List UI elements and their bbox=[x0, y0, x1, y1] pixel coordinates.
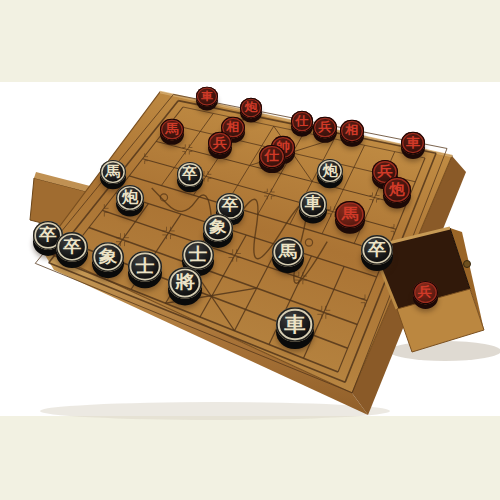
piece-black-chariot[interactable]: 車 bbox=[299, 191, 328, 218]
piece-character: 卒 bbox=[368, 241, 386, 258]
piece-red-chariot[interactable]: 車 bbox=[196, 87, 217, 107]
piece-black-cannon[interactable]: 炮 bbox=[317, 159, 343, 183]
piece-black-horse[interactable]: 馬 bbox=[272, 237, 304, 267]
piece-red-horse[interactable]: 馬 bbox=[160, 119, 183, 141]
piece-red-horse[interactable]: 馬 bbox=[335, 201, 364, 228]
piece-black-soldier[interactable]: 卒 bbox=[177, 162, 204, 187]
piece-red-cannon[interactable]: 炮 bbox=[240, 98, 262, 118]
piece-character: 車 bbox=[284, 315, 305, 335]
piece-character: 馬 bbox=[165, 123, 178, 136]
piece-character: 仕 bbox=[265, 150, 280, 164]
piece-character: 兵 bbox=[377, 165, 392, 179]
piece-character: 卒 bbox=[63, 238, 81, 255]
piece-character: 象 bbox=[209, 220, 226, 236]
piece-character: 兵 bbox=[213, 136, 227, 149]
piece-character: 馬 bbox=[279, 243, 297, 260]
piece-black-advisor[interactable]: 士 bbox=[182, 240, 214, 270]
piece-character: 士 bbox=[135, 258, 154, 276]
piece-character: 士 bbox=[189, 246, 208, 263]
piece-black-chariot[interactable]: 車 bbox=[276, 308, 313, 342]
piece-character: 象 bbox=[99, 248, 118, 265]
piece-black-general[interactable]: 將 bbox=[168, 267, 202, 299]
piece-red-soldier[interactable]: 兵 bbox=[208, 132, 232, 155]
product-photo: 車炮仕兵相馬相兵車帥仕炮兵馬卒炮炮車卒馬象卒卒卒馬士象士將兵車 bbox=[0, 0, 500, 500]
piece-black-soldier[interactable]: 卒 bbox=[361, 235, 393, 265]
piece-character: 卒 bbox=[222, 198, 239, 213]
piece-black-soldier[interactable]: 卒 bbox=[56, 232, 88, 261]
piece-character: 炮 bbox=[389, 182, 405, 197]
piece-black-horse[interactable]: 馬 bbox=[100, 160, 126, 185]
piece-character: 兵 bbox=[418, 285, 432, 298]
piece-red-advisor[interactable]: 仕 bbox=[259, 145, 284, 169]
piece-black-cannon[interactable]: 炮 bbox=[116, 185, 144, 211]
piece-character: 將 bbox=[175, 273, 195, 291]
piece-character: 車 bbox=[305, 196, 321, 211]
piece-character: 兵 bbox=[318, 122, 331, 134]
piece-character: 相 bbox=[345, 124, 359, 137]
piece-black-elephant[interactable]: 象 bbox=[92, 242, 124, 272]
piece-black-elephant[interactable]: 象 bbox=[203, 214, 233, 242]
piece-black-advisor[interactable]: 士 bbox=[128, 252, 161, 283]
piece-character: 相 bbox=[226, 122, 239, 134]
piece-character: 仕 bbox=[295, 115, 308, 127]
piece-red-chariot[interactable]: 車 bbox=[401, 132, 425, 155]
piece-red-cannon[interactable]: 炮 bbox=[383, 177, 411, 203]
piece-red-elephant[interactable]: 相 bbox=[340, 120, 364, 142]
piece-character: 馬 bbox=[342, 207, 359, 223]
piece-character: 馬 bbox=[105, 165, 120, 179]
piece-character: 車 bbox=[201, 91, 213, 102]
piece-character: 炮 bbox=[245, 102, 258, 114]
piece-character: 炮 bbox=[322, 164, 337, 178]
piece-red-soldier[interactable]: 兵 bbox=[313, 117, 336, 139]
piece-character: 卒 bbox=[39, 226, 57, 242]
piece-character: 炮 bbox=[122, 190, 138, 205]
piece-red-advisor[interactable]: 仕 bbox=[291, 110, 314, 131]
pieces-layer: 車炮仕兵相馬相兵車帥仕炮兵馬卒炮炮車卒馬象卒卒卒馬士象士將兵車 bbox=[0, 0, 500, 500]
piece-character: 卒 bbox=[182, 167, 197, 181]
piece-red-soldier[interactable]: 兵 bbox=[413, 280, 438, 303]
piece-character: 車 bbox=[406, 136, 420, 149]
